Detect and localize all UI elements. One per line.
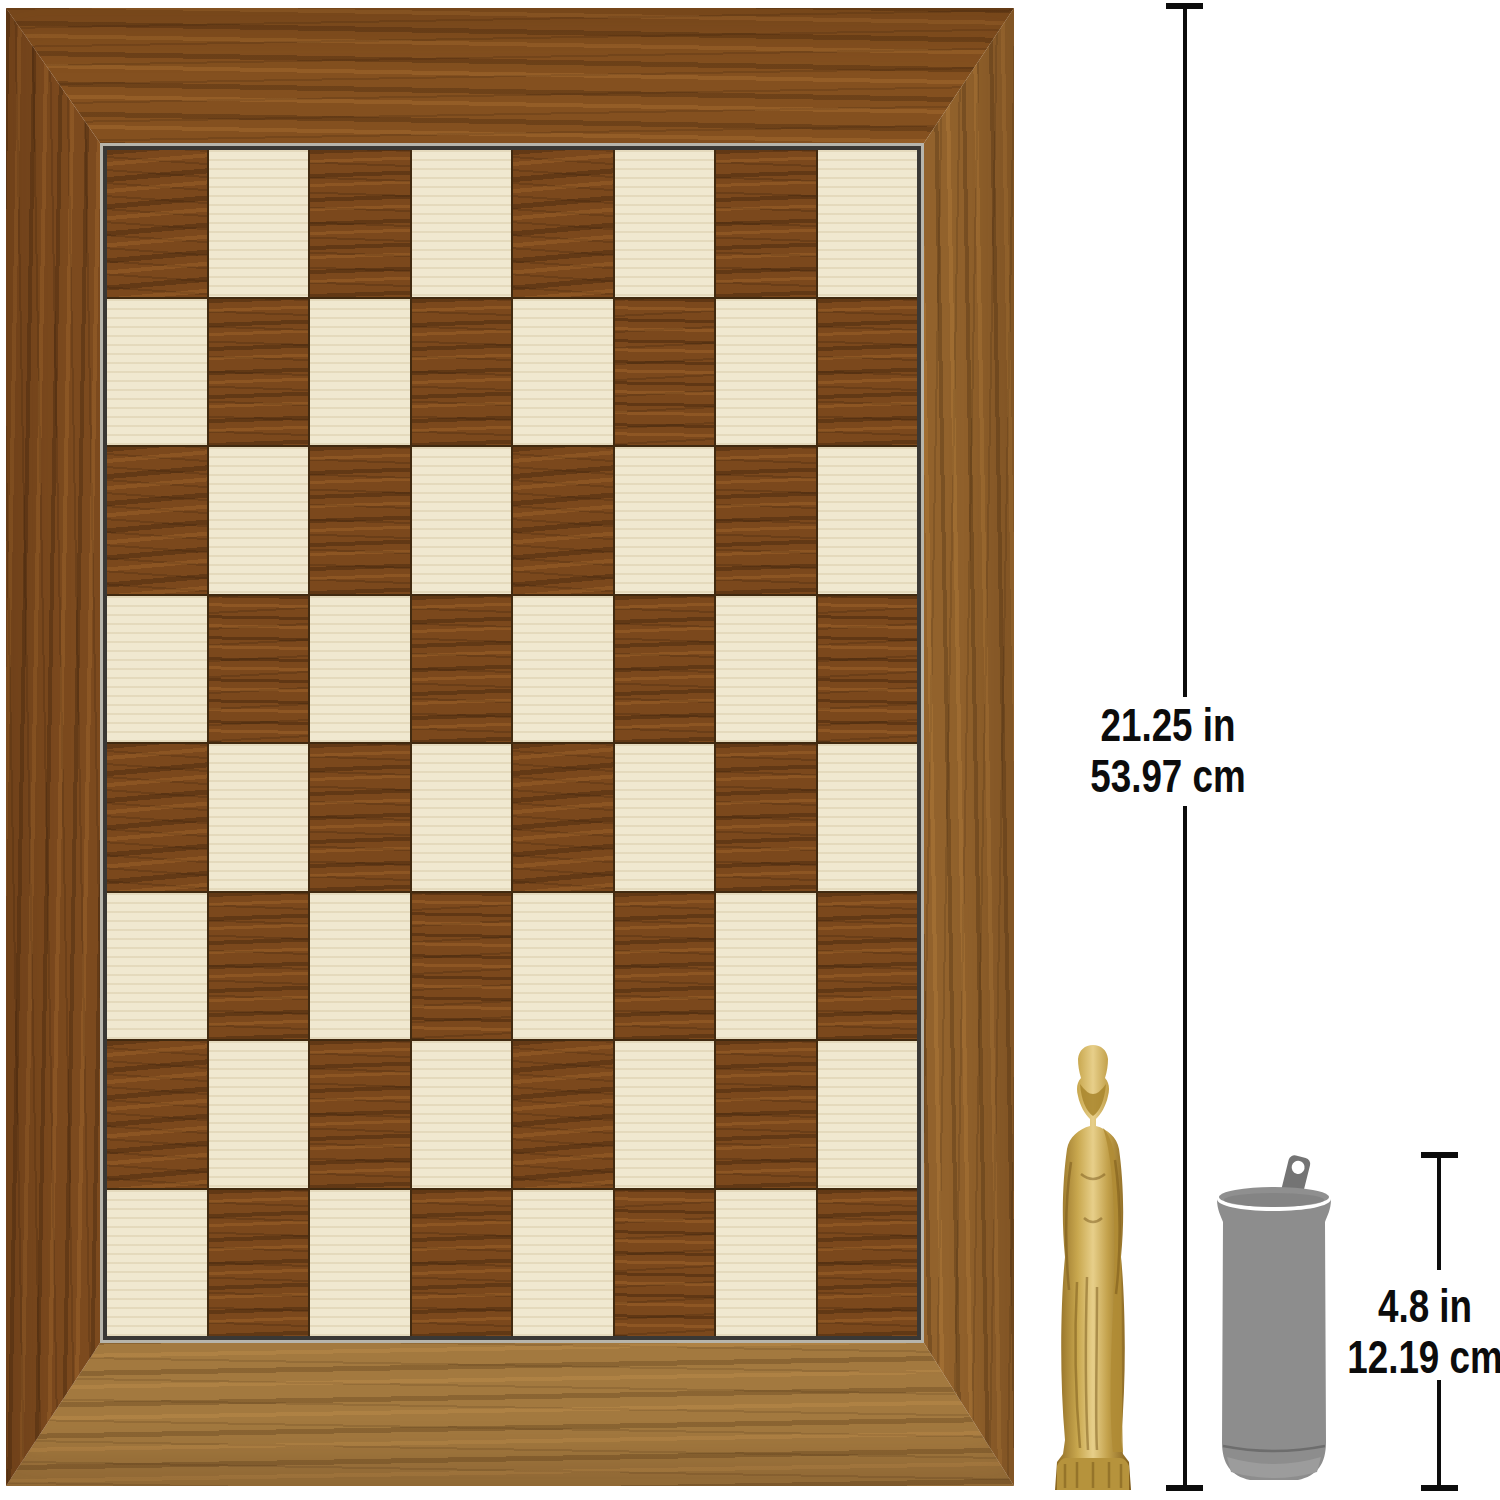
- square-r1c0: [107, 299, 207, 446]
- board-playing-area: [103, 146, 921, 1340]
- square-r2c1: [209, 447, 309, 594]
- square-r1c6: [716, 299, 816, 446]
- can-body: [1217, 1199, 1331, 1480]
- square-r0c4: [513, 150, 613, 297]
- square-r4c6: [716, 744, 816, 891]
- square-r2c4: [513, 447, 613, 594]
- square-r6c6: [716, 1041, 816, 1188]
- square-r7c6: [716, 1190, 816, 1337]
- chess-board: [6, 8, 1014, 1486]
- can-height-inches: 4.8 in: [1347, 1281, 1500, 1332]
- square-r4c4: [513, 744, 613, 891]
- square-r7c4: [513, 1190, 613, 1337]
- can-height-cm: 12.19 cm: [1347, 1332, 1500, 1383]
- square-r1c4: [513, 299, 613, 446]
- square-r3c5: [615, 596, 715, 743]
- square-r3c3: [412, 596, 512, 743]
- square-r7c7: [818, 1190, 918, 1337]
- can-height-dimension-line-upper: [1437, 1152, 1441, 1270]
- square-r2c7: [818, 447, 918, 594]
- square-r2c2: [310, 447, 410, 594]
- square-r7c1: [209, 1190, 309, 1337]
- square-r3c4: [513, 596, 613, 743]
- square-r7c5: [615, 1190, 715, 1337]
- square-r5c4: [513, 893, 613, 1040]
- square-r5c3: [412, 893, 512, 1040]
- square-r4c7: [818, 744, 918, 891]
- square-r7c0: [107, 1190, 207, 1337]
- square-r5c2: [310, 893, 410, 1040]
- square-r3c2: [310, 596, 410, 743]
- square-r4c0: [107, 744, 207, 891]
- square-r6c3: [412, 1041, 512, 1188]
- board-height-inches: 21.25 in: [1090, 700, 1246, 751]
- square-r6c7: [818, 1041, 918, 1188]
- square-r1c2: [310, 299, 410, 446]
- square-r5c0: [107, 893, 207, 1040]
- board-grid: [107, 150, 917, 1336]
- can-height-label: 4.8 in 12.19 cm: [1347, 1281, 1500, 1383]
- gold-statuette: [1047, 1042, 1139, 1492]
- board-height-dimension-line-upper: [1183, 3, 1187, 697]
- square-r0c5: [615, 150, 715, 297]
- soda-can: [1212, 1150, 1336, 1490]
- square-r3c7: [818, 596, 918, 743]
- square-r6c0: [107, 1041, 207, 1188]
- square-r6c1: [209, 1041, 309, 1188]
- square-r7c3: [412, 1190, 512, 1337]
- square-r6c5: [615, 1041, 715, 1188]
- square-r5c5: [615, 893, 715, 1040]
- square-r3c6: [716, 596, 816, 743]
- square-r7c2: [310, 1190, 410, 1337]
- square-r5c6: [716, 893, 816, 1040]
- square-r0c3: [412, 150, 512, 297]
- product-photo: 21.25 in 53.97 cm 4.8 in 12.19 cm: [0, 0, 1500, 1500]
- square-r4c5: [615, 744, 715, 891]
- square-r2c3: [412, 447, 512, 594]
- square-r4c3: [412, 744, 512, 891]
- square-r1c1: [209, 299, 309, 446]
- square-r0c2: [310, 150, 410, 297]
- square-r1c7: [818, 299, 918, 446]
- square-r3c1: [209, 596, 309, 743]
- board-height-dimension-line-lower: [1183, 806, 1187, 1488]
- square-r4c2: [310, 744, 410, 891]
- can-height-dimension-cap-bottom: [1421, 1485, 1458, 1491]
- square-r2c6: [716, 447, 816, 594]
- square-r1c5: [615, 299, 715, 446]
- board-height-label: 21.25 in 53.97 cm: [1090, 700, 1246, 802]
- square-r0c0: [107, 150, 207, 297]
- board-height-dimension-cap-bottom: [1166, 1485, 1203, 1491]
- square-r2c0: [107, 447, 207, 594]
- can-top-shadow: [1224, 1193, 1324, 1207]
- square-r6c4: [513, 1041, 613, 1188]
- square-r2c5: [615, 447, 715, 594]
- square-r0c7: [818, 150, 918, 297]
- square-r0c1: [209, 150, 309, 297]
- square-r1c3: [412, 299, 512, 446]
- square-r3c0: [107, 596, 207, 743]
- can-height-dimension-line-lower: [1437, 1380, 1441, 1488]
- square-r4c1: [209, 744, 309, 891]
- square-r5c1: [209, 893, 309, 1040]
- board-height-cm: 53.97 cm: [1090, 751, 1246, 802]
- square-r6c2: [310, 1041, 410, 1188]
- square-r0c6: [716, 150, 816, 297]
- square-r5c7: [818, 893, 918, 1040]
